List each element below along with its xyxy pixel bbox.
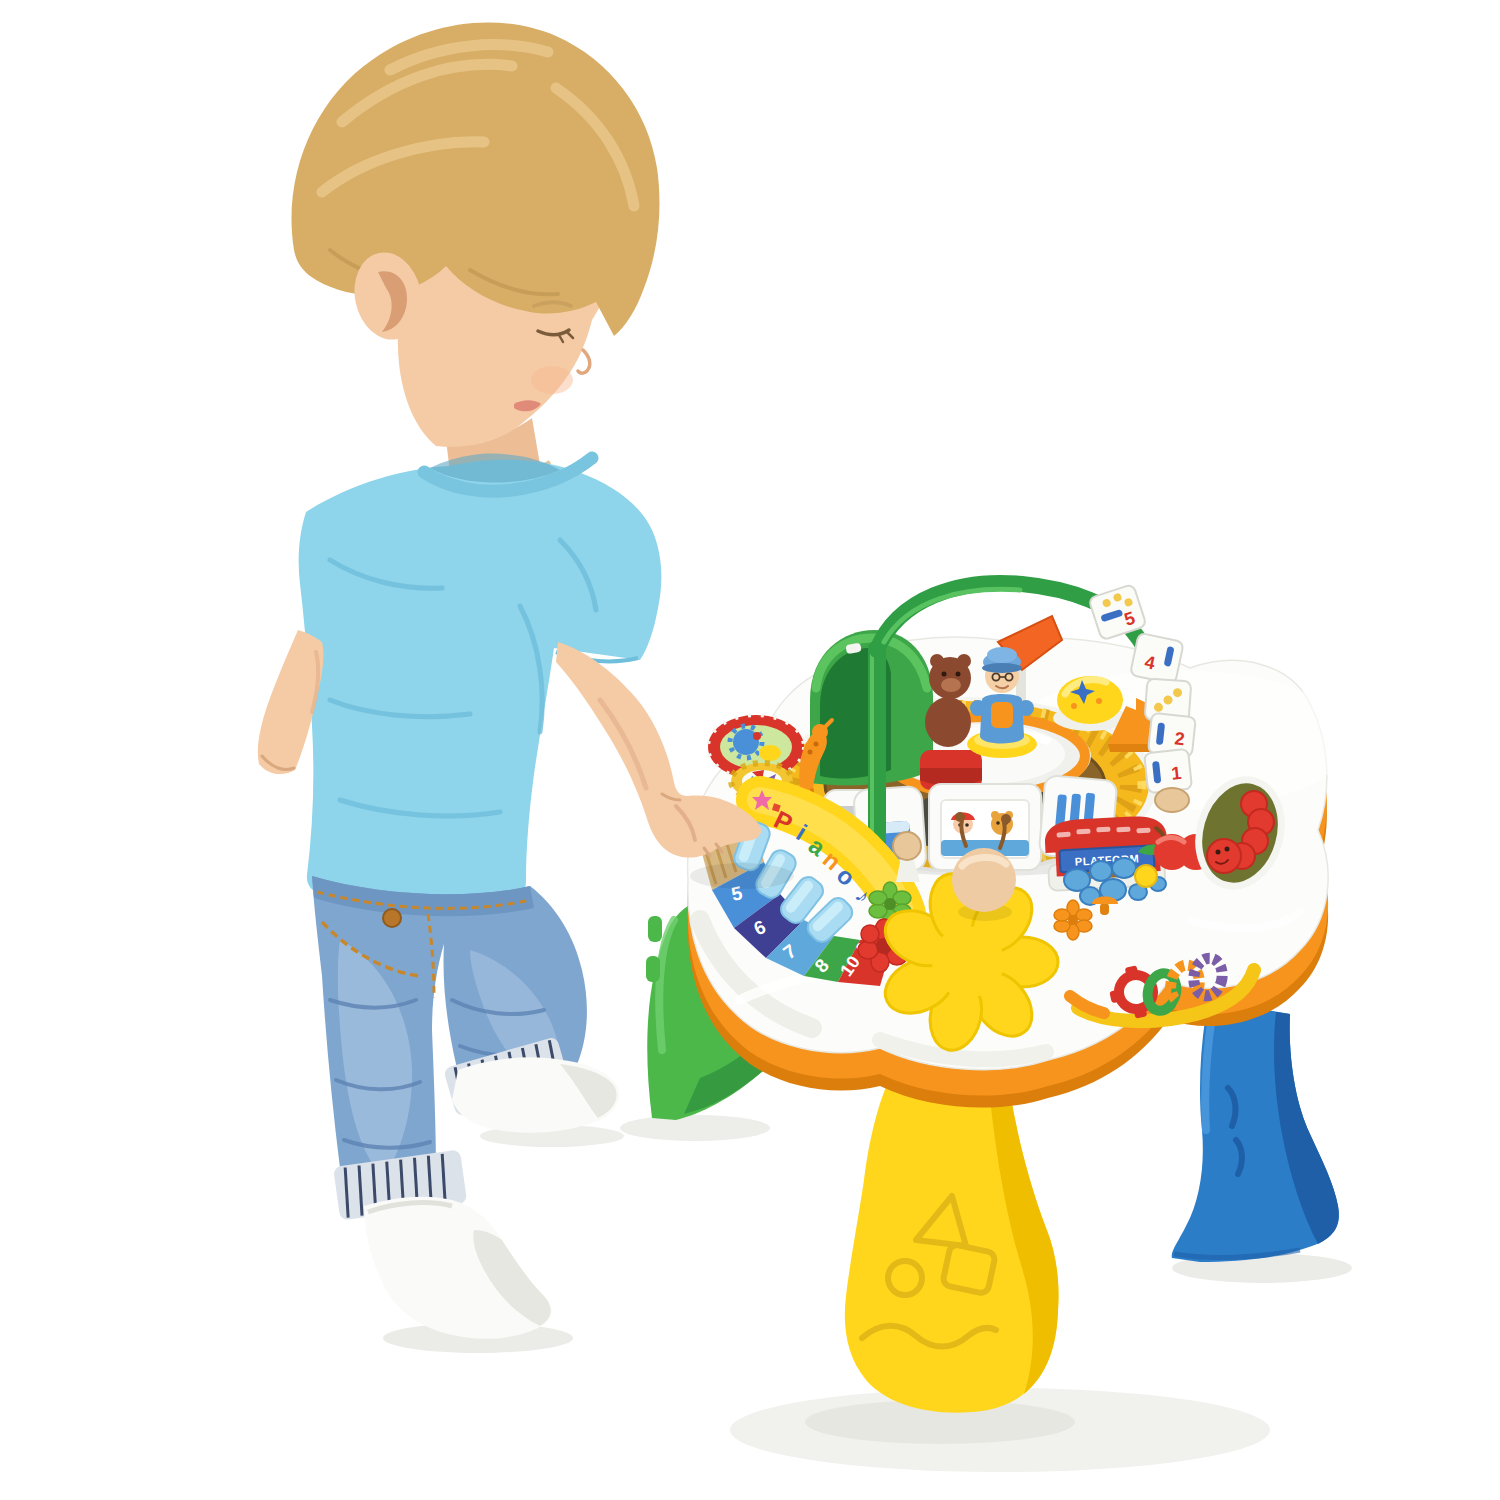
clock-gear-yellow (759, 745, 781, 761)
jeans-button (383, 909, 401, 927)
table-leg-blue (1172, 1000, 1339, 1262)
wire-end-knob (1155, 788, 1189, 812)
cube-number-1: 1 (1170, 763, 1182, 784)
yellow-ball-button (1135, 865, 1157, 887)
caterpillar-head (1207, 839, 1241, 873)
right-sock (452, 1057, 619, 1133)
cheek-blush (531, 366, 573, 394)
left-sock (364, 1197, 552, 1339)
photo-stage: PLATFORM 5 (0, 0, 1500, 1500)
scene-illustration: PLATFORM 5 (0, 0, 1500, 1500)
cube-number-2: 2 (1174, 728, 1186, 749)
